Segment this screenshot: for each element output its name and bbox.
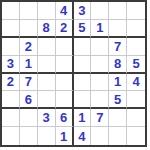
cell-r7c7[interactable] [109,109,127,127]
cell-r6c8[interactable] [127,91,145,109]
cell-r5c5[interactable] [74,74,92,92]
cell-r4c5[interactable] [74,56,92,74]
cell-r4c8[interactable]: 5 [127,56,145,74]
cell-r5c4[interactable] [56,74,74,92]
cell-r3c8[interactable] [127,38,145,56]
cell-r2c7[interactable] [109,20,127,38]
cell-r6c4[interactable] [56,91,74,109]
cell-r6c5[interactable] [74,91,92,109]
cell-r6c1[interactable] [2,91,20,109]
cell-r7c5[interactable]: 1 [74,109,92,127]
cell-r1c2[interactable] [20,2,38,20]
cell-r2c2[interactable] [20,20,38,38]
cell-r4c2[interactable]: 1 [20,56,38,74]
cell-r7c1[interactable] [2,109,20,127]
cell-r8c7[interactable] [109,127,127,145]
cell-r6c6[interactable] [91,91,109,109]
cell-r2c4[interactable]: 2 [56,20,74,38]
cell-r6c2[interactable]: 6 [20,91,38,109]
cell-r6c3[interactable] [38,91,56,109]
cell-r7c3[interactable]: 3 [38,109,56,127]
cell-r1c3[interactable] [38,2,56,20]
cell-r2c5[interactable]: 5 [74,20,92,38]
cell-r5c3[interactable] [38,74,56,92]
cell-r4c1[interactable]: 3 [2,56,20,74]
cell-r3c6[interactable] [91,38,109,56]
cell-r2c1[interactable] [2,20,20,38]
cell-r2c3[interactable]: 8 [38,20,56,38]
cell-r5c7[interactable]: 1 [109,74,127,92]
cell-r8c1[interactable] [2,127,20,145]
sudoku-board: 438251273185271465361714 [0,0,147,147]
cell-r1c1[interactable] [2,2,20,20]
cell-r4c4[interactable] [56,56,74,74]
cell-r3c3[interactable] [38,38,56,56]
cell-r1c7[interactable] [109,2,127,20]
cell-r5c6[interactable] [91,74,109,92]
cell-r3c1[interactable] [2,38,20,56]
cell-r8c2[interactable] [20,127,38,145]
cell-r2c8[interactable] [127,20,145,38]
cell-r4c3[interactable] [38,56,56,74]
cell-r1c6[interactable] [91,2,109,20]
cell-r3c2[interactable]: 2 [20,38,38,56]
cell-r2c6[interactable]: 1 [91,20,109,38]
cell-r1c8[interactable] [127,2,145,20]
cell-r8c3[interactable] [38,127,56,145]
cell-r8c6[interactable] [91,127,109,145]
cell-r5c2[interactable]: 7 [20,74,38,92]
cell-r4c7[interactable]: 8 [109,56,127,74]
cell-r7c2[interactable] [20,109,38,127]
cell-r6c7[interactable]: 5 [109,91,127,109]
cell-r4c6[interactable] [91,56,109,74]
cell-r5c1[interactable]: 2 [2,74,20,92]
cell-r1c4[interactable]: 4 [56,2,74,20]
cell-r7c4[interactable]: 6 [56,109,74,127]
cell-r3c7[interactable]: 7 [109,38,127,56]
cell-r7c8[interactable] [127,109,145,127]
cell-r5c8[interactable]: 4 [127,74,145,92]
cell-r3c4[interactable] [56,38,74,56]
cell-r7c6[interactable]: 7 [91,109,109,127]
cell-r8c5[interactable]: 4 [74,127,92,145]
cell-r3c5[interactable] [74,38,92,56]
cell-r1c5[interactable]: 3 [74,2,92,20]
cell-r8c8[interactable] [127,127,145,145]
cell-r8c4[interactable]: 1 [56,127,74,145]
